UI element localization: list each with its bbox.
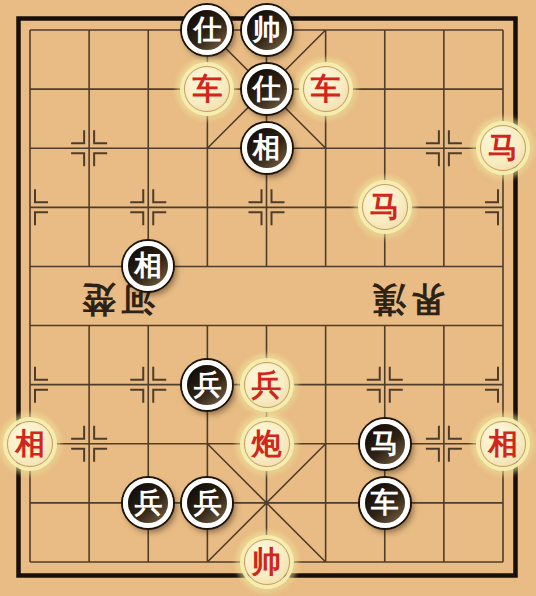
piece-layer: 仕帅车仕车相马马相兵兵相炮马相兵兵车帅 [0,0,532,591]
piece-dark-advisor[interactable]: 仕 [242,64,292,114]
piece-dark-elephant[interactable]: 相 [123,241,173,291]
piece-red-chariot[interactable]: 车 [184,66,230,112]
piece-red-horse[interactable]: 马 [362,184,408,230]
xiangqi-board: 楚河 漢界 仕帅车仕车相马马相兵兵相炮马相兵兵车帅 [0,0,536,596]
piece-red-soldier[interactable]: 兵 [244,362,290,408]
piece-red-elephant[interactable]: 相 [480,421,526,467]
piece-dark-elephant[interactable]: 相 [242,123,292,173]
piece-dark-soldier[interactable]: 兵 [123,478,173,528]
piece-dark-general[interactable]: 帅 [242,5,292,55]
piece-red-chariot[interactable]: 车 [303,66,349,112]
piece-dark-soldier[interactable]: 兵 [182,360,232,410]
piece-dark-soldier[interactable]: 兵 [182,478,232,528]
piece-red-general[interactable]: 帅 [244,539,290,585]
piece-dark-chariot[interactable]: 车 [360,478,410,528]
piece-dark-advisor[interactable]: 仕 [182,5,232,55]
piece-red-cannon[interactable]: 炮 [244,421,290,467]
piece-red-elephant[interactable]: 相 [7,421,53,467]
piece-dark-horse[interactable]: 马 [360,419,410,469]
piece-red-horse[interactable]: 马 [480,125,526,171]
